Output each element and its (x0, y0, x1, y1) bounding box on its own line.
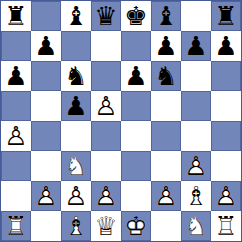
chess-board: ♜♝♛♚♝♜♟♟♟♟♟♞♟♞♟♟♙♟♙♞♘♟♙♟♙♟♙♟♙♟♙♝♗♟♙♜♖♝♗♛… (0, 0, 242, 242)
square-f7[interactable]: ♟ (151, 31, 181, 61)
square-b7[interactable]: ♟ (31, 31, 61, 61)
square-g5[interactable] (181, 91, 211, 121)
white-queen-icon: ♛♕ (91, 211, 121, 241)
black-knight-icon: ♞ (154, 61, 177, 91)
white-bishop-icon: ♝♗ (61, 211, 91, 241)
black-knight-icon: ♞ (64, 61, 87, 91)
white-pawn-icon: ♟♙ (181, 151, 211, 181)
square-d8[interactable]: ♛ (91, 1, 121, 31)
black-bishop-icon: ♝ (154, 1, 177, 31)
square-h8[interactable]: ♜ (211, 1, 241, 31)
black-pawn-icon: ♟ (64, 91, 87, 121)
square-c5[interactable]: ♟ (61, 91, 91, 121)
square-d1[interactable]: ♛♕ (91, 211, 121, 241)
square-g2[interactable]: ♝♗ (181, 181, 211, 211)
black-king-icon: ♚ (124, 1, 147, 31)
black-queen-icon: ♛ (94, 1, 117, 31)
square-c4[interactable] (61, 121, 91, 151)
white-pawn-icon: ♟♙ (211, 181, 241, 211)
black-bishop-icon: ♝ (64, 1, 87, 31)
square-b1[interactable] (31, 211, 61, 241)
square-e3[interactable] (121, 151, 151, 181)
square-f1[interactable] (151, 211, 181, 241)
square-c3[interactable]: ♞♘ (61, 151, 91, 181)
square-e8[interactable]: ♚ (121, 1, 151, 31)
square-g1[interactable]: ♞♘ (181, 211, 211, 241)
black-rook-icon: ♜ (4, 1, 27, 31)
square-g6[interactable] (181, 61, 211, 91)
square-c8[interactable]: ♝ (61, 1, 91, 31)
square-e1[interactable]: ♚♔ (121, 211, 151, 241)
square-a4[interactable]: ♟♙ (1, 121, 31, 151)
white-pawn-icon: ♟♙ (1, 121, 31, 151)
square-e7[interactable] (121, 31, 151, 61)
square-e5[interactable] (121, 91, 151, 121)
square-g8[interactable] (181, 1, 211, 31)
white-pawn-icon: ♟♙ (61, 181, 91, 211)
white-rook-icon: ♜♖ (211, 211, 241, 241)
square-d5[interactable]: ♟♙ (91, 91, 121, 121)
black-pawn-icon: ♟ (154, 31, 177, 61)
square-f6[interactable]: ♞ (151, 61, 181, 91)
white-bishop-icon: ♝♗ (181, 181, 211, 211)
white-pawn-icon: ♟♙ (151, 181, 181, 211)
square-b5[interactable] (31, 91, 61, 121)
square-e2[interactable] (121, 181, 151, 211)
square-b8[interactable] (31, 1, 61, 31)
square-a5[interactable] (1, 91, 31, 121)
square-a3[interactable] (1, 151, 31, 181)
square-b6[interactable] (31, 61, 61, 91)
square-g4[interactable] (181, 121, 211, 151)
square-a2[interactable] (1, 181, 31, 211)
square-a7[interactable] (1, 31, 31, 61)
black-pawn-icon: ♟ (4, 61, 27, 91)
square-g7[interactable]: ♟ (181, 31, 211, 61)
square-d2[interactable]: ♟♙ (91, 181, 121, 211)
square-f4[interactable] (151, 121, 181, 151)
square-g3[interactable]: ♟♙ (181, 151, 211, 181)
white-king-icon: ♚♔ (121, 211, 151, 241)
square-b2[interactable]: ♟♙ (31, 181, 61, 211)
square-f2[interactable]: ♟♙ (151, 181, 181, 211)
square-h5[interactable] (211, 91, 241, 121)
square-h3[interactable] (211, 151, 241, 181)
white-knight-icon: ♞♘ (181, 211, 211, 241)
square-c2[interactable]: ♟♙ (61, 181, 91, 211)
square-h6[interactable] (211, 61, 241, 91)
square-d4[interactable] (91, 121, 121, 151)
black-pawn-icon: ♟ (34, 31, 57, 61)
square-a6[interactable]: ♟ (1, 61, 31, 91)
square-b4[interactable] (31, 121, 61, 151)
square-a8[interactable]: ♜ (1, 1, 31, 31)
square-f8[interactable]: ♝ (151, 1, 181, 31)
square-d6[interactable] (91, 61, 121, 91)
white-rook-icon: ♜♖ (1, 211, 31, 241)
square-c7[interactable] (61, 31, 91, 61)
square-f3[interactable] (151, 151, 181, 181)
square-h2[interactable]: ♟♙ (211, 181, 241, 211)
white-pawn-icon: ♟♙ (91, 181, 121, 211)
square-c6[interactable]: ♞ (61, 61, 91, 91)
square-c1[interactable]: ♝♗ (61, 211, 91, 241)
square-f5[interactable] (151, 91, 181, 121)
square-a1[interactable]: ♜♖ (1, 211, 31, 241)
white-pawn-icon: ♟♙ (31, 181, 61, 211)
square-d3[interactable] (91, 151, 121, 181)
black-pawn-icon: ♟ (184, 31, 207, 61)
square-d7[interactable] (91, 31, 121, 61)
square-h7[interactable]: ♟ (211, 31, 241, 61)
square-e6[interactable]: ♟ (121, 61, 151, 91)
black-pawn-icon: ♟ (124, 61, 147, 91)
white-pawn-icon: ♟♙ (91, 91, 121, 121)
square-b3[interactable] (31, 151, 61, 181)
square-h1[interactable]: ♜♖ (211, 211, 241, 241)
black-rook-icon: ♜ (214, 1, 237, 31)
square-h4[interactable] (211, 121, 241, 151)
square-e4[interactable] (121, 121, 151, 151)
black-pawn-icon: ♟ (214, 31, 237, 61)
white-knight-icon: ♞♘ (61, 151, 91, 181)
